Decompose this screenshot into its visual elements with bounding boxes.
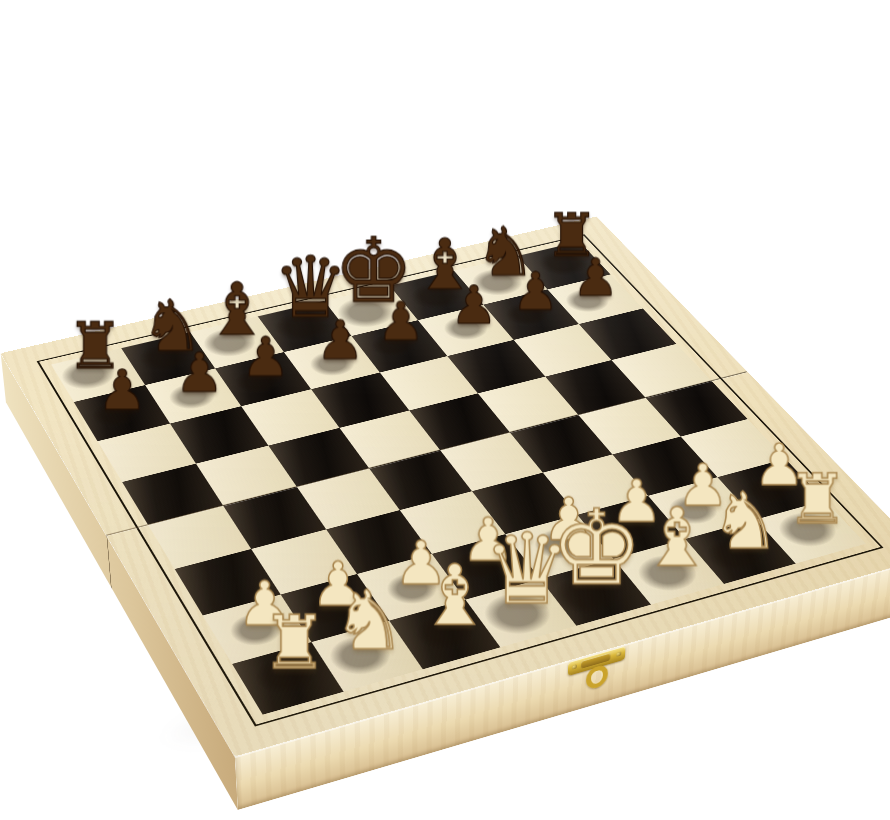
- fold-seam-edge-step: [106, 535, 111, 588]
- photo-canvas: ♜♞♝♛♚♝♞♜♟♟♟♟♟♟♟♟♟♟♟♟♟♟♟♟♜♞♝♛♚♝♞♜: [0, 0, 890, 820]
- chess-box-board: ♜♞♝♛♚♝♞♜♟♟♟♟♟♟♟♟♟♟♟♟♟♟♟♟♜♞♝♛♚♝♞♜: [1, 217, 890, 757]
